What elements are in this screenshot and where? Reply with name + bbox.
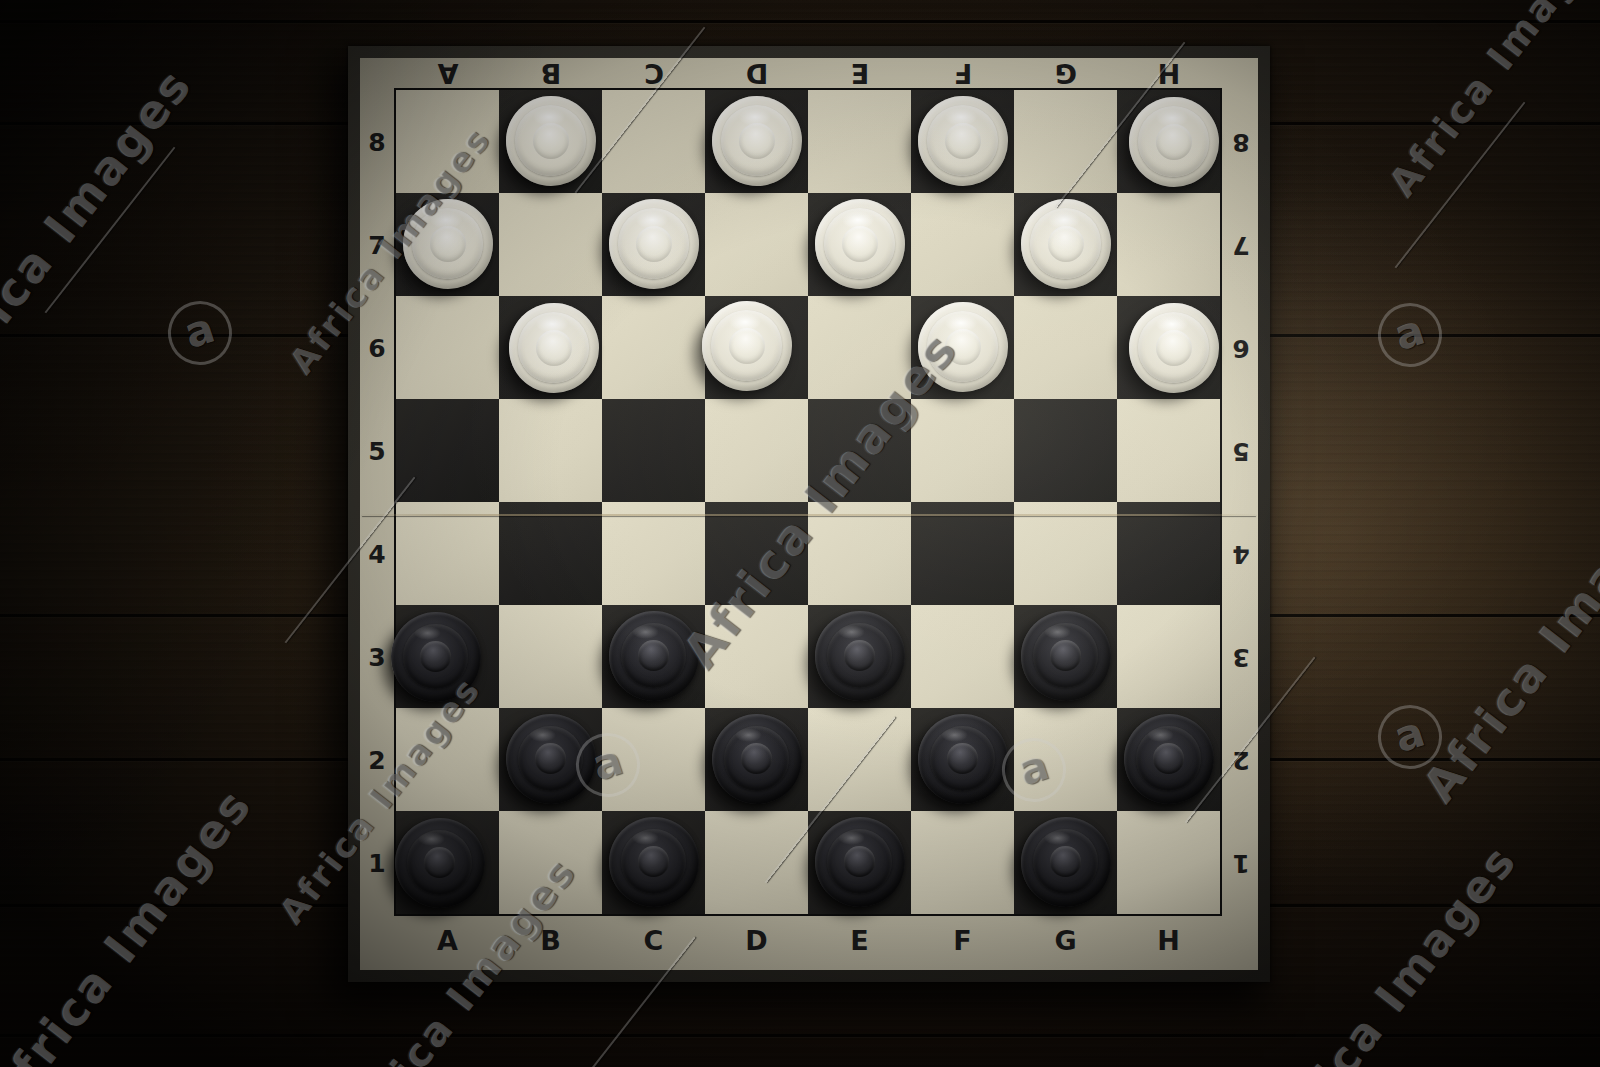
piece-highlight <box>536 315 568 333</box>
piece-highlight <box>430 211 462 229</box>
file-label-top-f: F <box>953 58 971 89</box>
rank-label-right-2: 2 <box>1232 745 1249 774</box>
checker-black-a1[interactable] <box>395 818 485 908</box>
checker-white-e7[interactable] <box>815 199 905 289</box>
rank-label-left-4: 4 <box>368 539 385 568</box>
checker-black-b2[interactable] <box>506 714 596 804</box>
rank-label-right-4: 4 <box>1232 539 1249 568</box>
square-f4[interactable] <box>911 502 1014 605</box>
piece-dome <box>739 123 775 159</box>
checker-black-f2[interactable] <box>918 714 1008 804</box>
scene: AABBCCDDEEFFGGHH1122334455667788 Africa … <box>0 0 1600 1067</box>
square-f1[interactable] <box>911 811 1014 914</box>
file-label-bottom-h: H <box>1157 925 1180 956</box>
square-c5[interactable] <box>602 399 705 502</box>
checker-white-h6[interactable] <box>1129 303 1219 393</box>
rank-label-right-5: 5 <box>1232 436 1249 465</box>
piece-highlight <box>838 831 865 845</box>
piece-highlight <box>838 625 865 639</box>
square-b4[interactable] <box>499 502 602 605</box>
checker-white-a7[interactable] <box>403 199 493 289</box>
piece-dome <box>1156 124 1192 160</box>
rank-label-left-6: 6 <box>368 333 385 362</box>
square-e4[interactable] <box>808 502 911 605</box>
checker-black-a3[interactable] <box>391 612 481 702</box>
piece-dome <box>533 123 569 159</box>
piece-highlight <box>735 728 762 742</box>
file-label-bottom-f: F <box>953 925 971 956</box>
square-g2[interactable] <box>1014 708 1117 811</box>
piece-highlight <box>632 831 659 845</box>
file-label-top-c: C <box>644 58 664 89</box>
checker-black-c3[interactable] <box>609 611 699 701</box>
rank-label-left-3: 3 <box>368 642 385 671</box>
square-e8[interactable] <box>808 90 911 193</box>
piece-dome <box>729 328 765 364</box>
piece-highlight <box>729 313 761 331</box>
square-f7[interactable] <box>911 193 1014 296</box>
wood-plank-seam <box>0 20 1600 23</box>
square-c4[interactable] <box>602 502 705 605</box>
checker-black-e3[interactable] <box>815 611 905 701</box>
square-e6[interactable] <box>808 296 911 399</box>
checker-black-g1[interactable] <box>1021 817 1111 907</box>
square-d7[interactable] <box>705 193 808 296</box>
piece-highlight <box>1044 625 1071 639</box>
square-a6[interactable] <box>396 296 499 399</box>
piece-dome <box>424 847 455 878</box>
piece-highlight <box>414 626 441 640</box>
square-g5[interactable] <box>1014 399 1117 502</box>
square-h5[interactable] <box>1117 399 1220 502</box>
square-c8[interactable] <box>602 90 705 193</box>
piece-dome <box>1156 330 1192 366</box>
piece-dome <box>1050 640 1081 671</box>
checker-black-c1[interactable] <box>609 817 699 907</box>
rank-label-right-8: 8 <box>1232 127 1249 156</box>
square-d1[interactable] <box>705 811 808 914</box>
piece-dome <box>430 226 466 262</box>
piece-dome <box>1153 743 1184 774</box>
piece-dome <box>945 329 981 365</box>
piece-dome <box>636 226 672 262</box>
square-e5[interactable] <box>808 399 911 502</box>
square-h7[interactable] <box>1117 193 1220 296</box>
piece-highlight <box>842 211 874 229</box>
piece-highlight <box>533 108 565 126</box>
checker-black-d2[interactable] <box>712 714 802 804</box>
checker-white-d8[interactable] <box>712 96 802 186</box>
square-g8[interactable] <box>1014 90 1117 193</box>
checker-black-g3[interactable] <box>1021 611 1111 701</box>
piece-dome <box>1048 226 1084 262</box>
file-label-top-h: H <box>1157 58 1180 89</box>
file-label-top-d: D <box>745 58 767 89</box>
square-d3[interactable] <box>705 605 808 708</box>
piece-dome <box>844 640 875 671</box>
square-e2[interactable] <box>808 708 911 811</box>
file-label-bottom-e: E <box>850 925 868 956</box>
square-b3[interactable] <box>499 605 602 708</box>
rank-label-left-7: 7 <box>368 230 385 259</box>
piece-dome <box>1050 846 1081 877</box>
file-label-top-g: G <box>1054 58 1076 89</box>
piece-highlight <box>418 832 445 846</box>
square-b7[interactable] <box>499 193 602 296</box>
file-label-top-b: B <box>540 58 561 89</box>
checker-white-f8[interactable] <box>918 96 1008 186</box>
piece-highlight <box>941 728 968 742</box>
rank-label-right-7: 7 <box>1232 230 1249 259</box>
checker-black-h2[interactable] <box>1124 714 1214 804</box>
file-label-bottom-c: C <box>644 925 664 956</box>
file-label-bottom-g: G <box>1054 925 1076 956</box>
checker-white-b8[interactable] <box>506 96 596 186</box>
rank-label-right-3: 3 <box>1232 642 1249 671</box>
piece-highlight <box>632 625 659 639</box>
checkers-board: AABBCCDDEEFFGGHH1122334455667788 <box>348 46 1270 982</box>
square-c2[interactable] <box>602 708 705 811</box>
square-d5[interactable] <box>705 399 808 502</box>
checker-white-f6[interactable] <box>918 302 1008 392</box>
checker-white-c7[interactable] <box>609 199 699 289</box>
square-c6[interactable] <box>602 296 705 399</box>
wood-plank-seam <box>0 1034 1600 1037</box>
checker-white-h8[interactable] <box>1129 97 1219 187</box>
piece-highlight <box>945 108 977 126</box>
square-a4[interactable] <box>396 502 499 605</box>
checker-white-b6[interactable] <box>509 303 599 393</box>
square-d4[interactable] <box>705 502 808 605</box>
piece-highlight <box>1147 728 1174 742</box>
piece-highlight <box>636 211 668 229</box>
square-b5[interactable] <box>499 399 602 502</box>
checker-white-d6[interactable] <box>702 301 792 391</box>
piece-highlight <box>1156 109 1188 127</box>
piece-dome <box>536 330 572 366</box>
square-h4[interactable] <box>1117 502 1220 605</box>
rank-label-left-8: 8 <box>368 127 385 156</box>
rank-label-left-2: 2 <box>368 745 385 774</box>
piece-dome <box>945 123 981 159</box>
file-label-bottom-a: A <box>437 925 458 956</box>
file-label-bottom-b: B <box>540 925 561 956</box>
square-a8[interactable] <box>396 90 499 193</box>
piece-dome <box>638 640 669 671</box>
piece-highlight <box>945 314 977 332</box>
piece-dome <box>535 743 566 774</box>
piece-highlight <box>739 108 771 126</box>
piece-highlight <box>1048 211 1080 229</box>
checker-black-e1[interactable] <box>815 817 905 907</box>
piece-highlight <box>1156 315 1188 333</box>
square-a5[interactable] <box>396 399 499 502</box>
square-b1[interactable] <box>499 811 602 914</box>
checker-white-g7[interactable] <box>1021 199 1111 289</box>
piece-dome <box>947 743 978 774</box>
board-fold-seam <box>362 514 1256 516</box>
square-g6[interactable] <box>1014 296 1117 399</box>
square-g4[interactable] <box>1014 502 1117 605</box>
square-f5[interactable] <box>911 399 1014 502</box>
piece-highlight <box>1044 831 1071 845</box>
file-label-top-e: E <box>850 58 868 89</box>
file-label-top-a: A <box>437 58 458 89</box>
square-h3[interactable] <box>1117 605 1220 708</box>
square-f3[interactable] <box>911 605 1014 708</box>
rank-label-right-6: 6 <box>1232 333 1249 362</box>
square-h1[interactable] <box>1117 811 1220 914</box>
piece-dome <box>420 641 451 672</box>
file-label-bottom-d: D <box>745 925 767 956</box>
rank-label-right-1: 1 <box>1232 848 1249 877</box>
rank-label-left-5: 5 <box>368 436 385 465</box>
piece-dome <box>741 743 772 774</box>
piece-dome <box>844 846 875 877</box>
rank-label-left-1: 1 <box>368 848 385 877</box>
square-a2[interactable] <box>396 708 499 811</box>
board-face: AABBCCDDEEFFGGHH1122334455667788 <box>360 58 1258 970</box>
piece-dome <box>842 226 878 262</box>
piece-highlight <box>529 728 556 742</box>
piece-dome <box>638 846 669 877</box>
